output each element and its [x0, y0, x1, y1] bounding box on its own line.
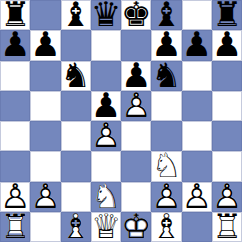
- piece-white-bishop[interactable]: ♝♗: [151, 212, 181, 242]
- square-d4[interactable]: ♟♙: [91, 121, 121, 151]
- square-b5[interactable]: [30, 91, 60, 121]
- piece-black-pawn[interactable]: ♟: [212, 30, 242, 60]
- square-g5[interactable]: [182, 91, 212, 121]
- square-e1[interactable]: ♚♔: [121, 212, 151, 242]
- piece-black-knight[interactable]: ♞: [61, 61, 91, 91]
- piece-white-queen[interactable]: ♛♕: [91, 212, 121, 242]
- square-c8[interactable]: ♝: [61, 0, 91, 30]
- square-a1[interactable]: ♜♖: [0, 212, 30, 242]
- square-d1[interactable]: ♛♕: [91, 212, 121, 242]
- square-h7[interactable]: ♟: [212, 30, 242, 60]
- square-b6[interactable]: [30, 61, 60, 91]
- square-h4[interactable]: [212, 121, 242, 151]
- piece-white-pawn[interactable]: ♟♙: [182, 182, 212, 212]
- white-pawn-glyph: ♙: [30, 181, 60, 211]
- black-pawn-glyph: ♟: [212, 29, 242, 59]
- white-rook-glyph: ♖: [0, 211, 30, 241]
- piece-white-rook[interactable]: ♜♖: [212, 212, 242, 242]
- square-g1[interactable]: [182, 212, 212, 242]
- piece-white-bishop[interactable]: ♝♗: [61, 212, 91, 242]
- square-e5[interactable]: ♟♙: [121, 91, 151, 121]
- piece-black-queen[interactable]: ♛: [91, 0, 121, 30]
- square-h5[interactable]: [212, 91, 242, 121]
- square-c3[interactable]: [61, 151, 91, 181]
- square-h1[interactable]: ♜♖: [212, 212, 242, 242]
- square-d7[interactable]: [91, 30, 121, 60]
- white-bishop-glyph: ♗: [151, 211, 181, 241]
- square-f1[interactable]: ♝♗: [151, 212, 181, 242]
- black-bishop-glyph: ♝: [61, 0, 91, 29]
- square-e3[interactable]: [121, 151, 151, 181]
- white-pawn-glyph: ♙: [182, 181, 212, 211]
- black-queen-glyph: ♛: [91, 0, 121, 29]
- white-pawn-glyph: ♙: [91, 120, 121, 150]
- square-a4[interactable]: [0, 121, 30, 151]
- piece-black-pawn[interactable]: ♟: [0, 30, 30, 60]
- square-a5[interactable]: [0, 91, 30, 121]
- square-g4[interactable]: [182, 121, 212, 151]
- square-f5[interactable]: [151, 91, 181, 121]
- chess-board: ♜♝♛♚♝♜♟♟♟♟♟♞♟♞♟♟♙♟♙♞♘♟♙♟♙♞♘♟♙♟♙♟♙♜♖♝♗♛♕♚…: [0, 0, 242, 242]
- square-b1[interactable]: [30, 212, 60, 242]
- square-a6[interactable]: [0, 61, 30, 91]
- white-pawn-glyph: ♙: [121, 90, 151, 120]
- square-b4[interactable]: [30, 121, 60, 151]
- square-a7[interactable]: ♟: [0, 30, 30, 60]
- square-b7[interactable]: ♟: [30, 30, 60, 60]
- piece-black-knight[interactable]: ♞: [151, 61, 181, 91]
- white-queen-glyph: ♕: [91, 211, 121, 241]
- square-f6[interactable]: ♞: [151, 61, 181, 91]
- black-knight-glyph: ♞: [61, 60, 91, 90]
- square-c5[interactable]: [61, 91, 91, 121]
- piece-white-pawn[interactable]: ♟♙: [121, 91, 151, 121]
- piece-black-king[interactable]: ♚: [121, 0, 151, 30]
- black-pawn-glyph: ♟: [30, 29, 60, 59]
- square-g2[interactable]: ♟♙: [182, 182, 212, 212]
- square-e4[interactable]: [121, 121, 151, 151]
- black-king-glyph: ♚: [121, 0, 151, 29]
- piece-black-pawn[interactable]: ♟: [30, 30, 60, 60]
- black-knight-glyph: ♞: [151, 60, 181, 90]
- square-h6[interactable]: [212, 61, 242, 91]
- black-pawn-glyph: ♟: [182, 29, 212, 59]
- white-rook-glyph: ♖: [212, 211, 242, 241]
- square-d8[interactable]: ♛: [91, 0, 121, 30]
- square-b2[interactable]: ♟♙: [30, 182, 60, 212]
- square-e8[interactable]: ♚: [121, 0, 151, 30]
- square-g7[interactable]: ♟: [182, 30, 212, 60]
- piece-white-rook[interactable]: ♜♖: [0, 212, 30, 242]
- piece-white-pawn[interactable]: ♟♙: [91, 121, 121, 151]
- square-c6[interactable]: ♞: [61, 61, 91, 91]
- piece-white-pawn[interactable]: ♟♙: [30, 182, 60, 212]
- white-king-glyph: ♔: [121, 211, 151, 241]
- piece-white-king[interactable]: ♚♔: [121, 212, 151, 242]
- piece-black-pawn[interactable]: ♟: [182, 30, 212, 60]
- black-pawn-glyph: ♟: [0, 29, 30, 59]
- white-bishop-glyph: ♗: [61, 211, 91, 241]
- square-c1[interactable]: ♝♗: [61, 212, 91, 242]
- square-c4[interactable]: [61, 121, 91, 151]
- piece-black-bishop[interactable]: ♝: [61, 0, 91, 30]
- square-g6[interactable]: [182, 61, 212, 91]
